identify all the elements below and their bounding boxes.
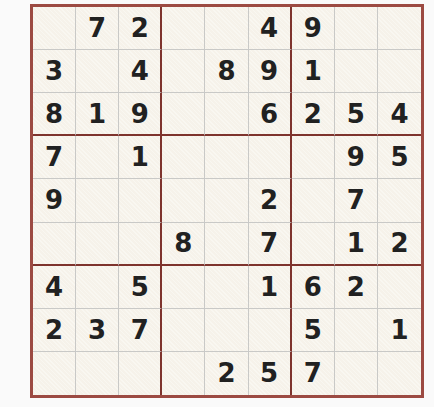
cell-r5c5[interactable] bbox=[205, 179, 248, 222]
cell-r4c8[interactable]: 9 bbox=[335, 136, 378, 179]
cell-r3c9[interactable]: 4 bbox=[378, 93, 421, 136]
cell-r4c1[interactable]: 7 bbox=[33, 136, 76, 179]
cell-r4c2[interactable] bbox=[76, 136, 119, 179]
cell-r2c8[interactable] bbox=[335, 50, 378, 93]
cell-r2c2[interactable] bbox=[76, 50, 119, 93]
cell-r9c7[interactable]: 7 bbox=[292, 352, 335, 395]
cell-r7c7[interactable]: 6 bbox=[292, 266, 335, 309]
cell-r6c3[interactable] bbox=[119, 223, 162, 266]
cell-r6c5[interactable] bbox=[205, 223, 248, 266]
cell-r4c9[interactable]: 5 bbox=[378, 136, 421, 179]
cell-r4c7[interactable] bbox=[292, 136, 335, 179]
cell-r8c6[interactable] bbox=[249, 309, 292, 352]
cell-r8c3[interactable]: 7 bbox=[119, 309, 162, 352]
cell-r6c4[interactable]: 8 bbox=[162, 223, 205, 266]
cell-r8c5[interactable] bbox=[205, 309, 248, 352]
cell-r1c7[interactable]: 9 bbox=[292, 7, 335, 50]
sudoku-grid: 7249348918196254719592787124516223751257 bbox=[33, 7, 421, 395]
cell-r9c4[interactable] bbox=[162, 352, 205, 395]
cell-r5c7[interactable] bbox=[292, 179, 335, 222]
cell-r2c6[interactable]: 9 bbox=[249, 50, 292, 93]
cell-r8c2[interactable]: 3 bbox=[76, 309, 119, 352]
cell-r4c5[interactable] bbox=[205, 136, 248, 179]
cell-r7c3[interactable]: 5 bbox=[119, 266, 162, 309]
cell-r7c4[interactable] bbox=[162, 266, 205, 309]
cell-r3c4[interactable] bbox=[162, 93, 205, 136]
cell-r8c8[interactable] bbox=[335, 309, 378, 352]
cell-r1c1[interactable] bbox=[33, 7, 76, 50]
cell-r7c8[interactable]: 2 bbox=[335, 266, 378, 309]
cell-r3c3[interactable]: 9 bbox=[119, 93, 162, 136]
cell-r6c2[interactable] bbox=[76, 223, 119, 266]
cell-r3c8[interactable]: 5 bbox=[335, 93, 378, 136]
cell-r3c5[interactable] bbox=[205, 93, 248, 136]
cell-r3c7[interactable]: 2 bbox=[292, 93, 335, 136]
cell-r8c4[interactable] bbox=[162, 309, 205, 352]
cell-r4c4[interactable] bbox=[162, 136, 205, 179]
cell-r1c4[interactable] bbox=[162, 7, 205, 50]
cell-r2c9[interactable] bbox=[378, 50, 421, 93]
cell-r7c5[interactable] bbox=[205, 266, 248, 309]
cell-r1c3[interactable]: 2 bbox=[119, 7, 162, 50]
cell-r9c1[interactable] bbox=[33, 352, 76, 395]
cell-r3c1[interactable]: 8 bbox=[33, 93, 76, 136]
cell-r5c1[interactable]: 9 bbox=[33, 179, 76, 222]
cell-r8c9[interactable]: 1 bbox=[378, 309, 421, 352]
cell-r5c6[interactable]: 2 bbox=[249, 179, 292, 222]
cell-r2c1[interactable]: 3 bbox=[33, 50, 76, 93]
cell-r2c4[interactable] bbox=[162, 50, 205, 93]
cell-r5c4[interactable] bbox=[162, 179, 205, 222]
cell-r9c6[interactable]: 5 bbox=[249, 352, 292, 395]
cell-r9c9[interactable] bbox=[378, 352, 421, 395]
cell-r6c8[interactable]: 1 bbox=[335, 223, 378, 266]
cell-r2c7[interactable]: 1 bbox=[292, 50, 335, 93]
cell-r7c9[interactable] bbox=[378, 266, 421, 309]
cell-r5c3[interactable] bbox=[119, 179, 162, 222]
cell-r5c2[interactable] bbox=[76, 179, 119, 222]
cell-r7c1[interactable]: 4 bbox=[33, 266, 76, 309]
cell-r8c1[interactable]: 2 bbox=[33, 309, 76, 352]
cell-r9c8[interactable] bbox=[335, 352, 378, 395]
cell-r6c7[interactable] bbox=[292, 223, 335, 266]
cell-r9c5[interactable]: 2 bbox=[205, 352, 248, 395]
cell-r8c7[interactable]: 5 bbox=[292, 309, 335, 352]
cell-r5c8[interactable]: 7 bbox=[335, 179, 378, 222]
cell-r7c6[interactable]: 1 bbox=[249, 266, 292, 309]
cell-r2c5[interactable]: 8 bbox=[205, 50, 248, 93]
cell-r1c9[interactable] bbox=[378, 7, 421, 50]
cell-r1c6[interactable]: 4 bbox=[249, 7, 292, 50]
cell-r9c3[interactable] bbox=[119, 352, 162, 395]
cell-r6c9[interactable]: 2 bbox=[378, 223, 421, 266]
cell-r1c2[interactable]: 7 bbox=[76, 7, 119, 50]
cell-r1c5[interactable] bbox=[205, 7, 248, 50]
cell-r6c6[interactable]: 7 bbox=[249, 223, 292, 266]
cell-r4c6[interactable] bbox=[249, 136, 292, 179]
cell-r3c2[interactable]: 1 bbox=[76, 93, 119, 136]
cell-r7c2[interactable] bbox=[76, 266, 119, 309]
cell-r4c3[interactable]: 1 bbox=[119, 136, 162, 179]
cell-r6c1[interactable] bbox=[33, 223, 76, 266]
cell-r3c6[interactable]: 6 bbox=[249, 93, 292, 136]
cell-r5c9[interactable] bbox=[378, 179, 421, 222]
cell-r1c8[interactable] bbox=[335, 7, 378, 50]
sudoku-board: 7249348918196254719592787124516223751257 bbox=[30, 4, 424, 398]
cell-r9c2[interactable] bbox=[76, 352, 119, 395]
cell-r2c3[interactable]: 4 bbox=[119, 50, 162, 93]
